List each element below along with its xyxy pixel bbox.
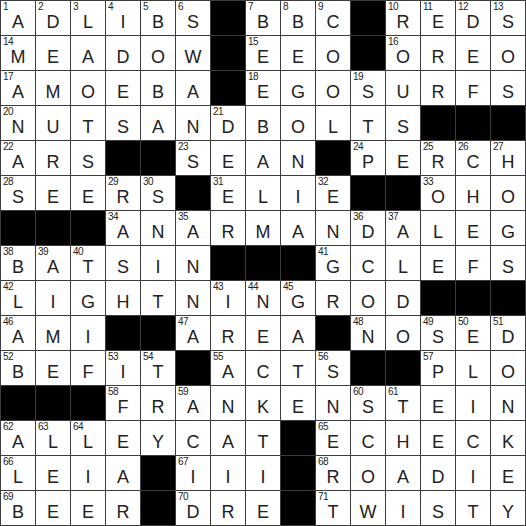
cell-r0c8[interactable]: 8B bbox=[281, 1, 315, 35]
block-cell-r3c12 bbox=[421, 106, 455, 140]
cell-letter: P bbox=[351, 153, 385, 172]
cell-r0c9[interactable]: 9C bbox=[316, 1, 350, 35]
cell-r14c0[interactable]: 69B bbox=[1, 491, 35, 525]
block-cell-r4c9 bbox=[316, 141, 350, 175]
cell-letter: S bbox=[176, 13, 210, 32]
block-cell-r2c6 bbox=[211, 71, 245, 105]
cell-r13c1[interactable]: E bbox=[36, 456, 70, 490]
cell-letter: E bbox=[71, 188, 105, 207]
cell-letter: D bbox=[211, 118, 245, 137]
cell-letter: O bbox=[421, 188, 455, 207]
cell-r6c4[interactable]: N bbox=[141, 211, 175, 245]
cell-letter: U bbox=[36, 118, 70, 137]
clue-number-55: 55 bbox=[213, 352, 223, 362]
cell-letter: A bbox=[176, 223, 210, 242]
cell-r6c8[interactable]: A bbox=[281, 211, 315, 245]
cell-r10c1[interactable]: E bbox=[36, 351, 70, 385]
clue-number-71: 71 bbox=[318, 492, 328, 502]
cell-r14c3[interactable]: R bbox=[106, 491, 140, 525]
cell-letter: C bbox=[176, 433, 210, 452]
cell-r8c8[interactable]: 45G bbox=[281, 281, 315, 315]
cell-r0c7[interactable]: 7B bbox=[246, 1, 280, 35]
cell-letter: E bbox=[246, 328, 280, 347]
cell-r5c8[interactable]: I bbox=[281, 176, 315, 210]
cell-letter: K bbox=[246, 398, 280, 417]
cell-r7c13[interactable]: F bbox=[456, 246, 490, 280]
cell-r4c0[interactable]: 22A bbox=[1, 141, 35, 175]
cell-r11c7[interactable]: K bbox=[246, 386, 280, 420]
cell-r10c7[interactable]: C bbox=[246, 351, 280, 385]
cell-r10c9[interactable]: 56S bbox=[316, 351, 350, 385]
cell-r12c10[interactable]: C bbox=[351, 421, 385, 455]
cell-r8c2[interactable]: G bbox=[71, 281, 105, 315]
cell-r1c1[interactable]: E bbox=[36, 36, 70, 70]
cell-letter: S bbox=[491, 83, 525, 102]
cell-r1c2[interactable]: A bbox=[71, 36, 105, 70]
cell-r4c2[interactable]: S bbox=[71, 141, 105, 175]
cell-r3c7[interactable]: B bbox=[246, 106, 280, 140]
cell-r6c11[interactable]: 37A bbox=[386, 211, 420, 245]
cell-r0c11[interactable]: 10R bbox=[386, 1, 420, 35]
cell-r0c3[interactable]: 4I bbox=[106, 1, 140, 35]
cell-r11c9[interactable]: N bbox=[316, 386, 350, 420]
cell-r0c5[interactable]: 6S bbox=[176, 1, 210, 35]
cell-letter: N bbox=[1, 118, 35, 137]
cell-letter: E bbox=[211, 153, 245, 172]
cell-r9c8[interactable]: A bbox=[281, 316, 315, 350]
block-cell-r7c6 bbox=[211, 246, 245, 280]
cell-r12c5[interactable]: C bbox=[176, 421, 210, 455]
block-cell-r11c1 bbox=[36, 386, 70, 420]
cell-r12c13[interactable]: C bbox=[456, 421, 490, 455]
block-cell-r10c11 bbox=[386, 351, 420, 385]
cell-letter: I bbox=[106, 363, 140, 382]
cell-letter: T bbox=[316, 503, 350, 522]
cell-letter: E bbox=[456, 48, 490, 67]
cell-r14c9[interactable]: 71T bbox=[316, 491, 350, 525]
cell-r3c10[interactable]: T bbox=[351, 106, 385, 140]
cell-letter: D bbox=[351, 223, 385, 242]
cell-letter: H bbox=[106, 293, 140, 312]
cell-letter: S bbox=[421, 328, 455, 347]
cell-letter: F bbox=[106, 398, 140, 417]
cell-letter: B bbox=[141, 83, 175, 102]
cell-r5c2[interactable]: E bbox=[71, 176, 105, 210]
cell-letter: O bbox=[491, 188, 525, 207]
cell-letter: D bbox=[176, 503, 210, 522]
cell-r6c5[interactable]: 35A bbox=[176, 211, 210, 245]
cell-r11c10[interactable]: 60S bbox=[351, 386, 385, 420]
cell-r11c12[interactable]: E bbox=[421, 386, 455, 420]
cell-letter: L bbox=[316, 118, 350, 137]
cell-r11c8[interactable]: E bbox=[281, 386, 315, 420]
block-cell-r13c8 bbox=[281, 456, 315, 490]
cell-letter: T bbox=[141, 363, 175, 382]
cell-r14c14[interactable]: Y bbox=[491, 491, 525, 525]
cell-r10c0[interactable]: 52B bbox=[1, 351, 35, 385]
cell-r11c5[interactable]: 59A bbox=[176, 386, 210, 420]
cell-letter: E bbox=[421, 258, 455, 277]
clue-number-20: 20 bbox=[3, 107, 13, 117]
cell-r0c4[interactable]: 5B bbox=[141, 1, 175, 35]
cell-r12c11[interactable]: H bbox=[386, 421, 420, 455]
cell-letter: O bbox=[141, 48, 175, 67]
cell-letter: B bbox=[246, 118, 280, 137]
cell-r5c1[interactable]: E bbox=[36, 176, 70, 210]
cell-r14c10[interactable]: W bbox=[351, 491, 385, 525]
cell-r12c9[interactable]: 65E bbox=[316, 421, 350, 455]
cell-r5c0[interactable]: 28S bbox=[1, 176, 35, 210]
cell-letter: A bbox=[176, 398, 210, 417]
cell-r3c0[interactable]: 20N bbox=[1, 106, 35, 140]
cell-r5c9[interactable]: 32E bbox=[316, 176, 350, 210]
cell-r1c13[interactable]: E bbox=[456, 36, 490, 70]
clue-number-68: 68 bbox=[318, 457, 328, 467]
cell-r2c13[interactable]: F bbox=[456, 71, 490, 105]
cell-r11c3[interactable]: 58F bbox=[106, 386, 140, 420]
clue-number-40: 40 bbox=[73, 247, 83, 257]
cell-letter: E bbox=[421, 13, 455, 32]
cell-r6c13[interactable]: E bbox=[456, 211, 490, 245]
cell-r12c14[interactable]: K bbox=[491, 421, 525, 455]
cell-r9c11[interactable]: O bbox=[386, 316, 420, 350]
clue-number-61: 61 bbox=[388, 387, 398, 397]
cell-r11c4[interactable]: R bbox=[141, 386, 175, 420]
cell-r4c6[interactable]: E bbox=[211, 141, 245, 175]
cell-r13c10[interactable]: O bbox=[351, 456, 385, 490]
cell-r4c14[interactable]: 27H bbox=[491, 141, 525, 175]
cell-letter: D bbox=[106, 48, 140, 67]
cell-r12c2[interactable]: 64L bbox=[71, 421, 105, 455]
cell-r8c10[interactable]: O bbox=[351, 281, 385, 315]
cell-r1c12[interactable]: R bbox=[421, 36, 455, 70]
cell-r14c6[interactable]: R bbox=[211, 491, 245, 525]
cell-letter: L bbox=[71, 13, 105, 32]
cell-r9c5[interactable]: 47A bbox=[176, 316, 210, 350]
cell-letter: F bbox=[71, 363, 105, 382]
cell-r10c12[interactable]: 57P bbox=[421, 351, 455, 385]
cell-r13c5[interactable]: 67I bbox=[176, 456, 210, 490]
cell-letter: Y bbox=[491, 503, 525, 522]
cell-r14c5[interactable]: 70D bbox=[176, 491, 210, 525]
cell-r13c12[interactable]: D bbox=[421, 456, 455, 490]
clue-number-50: 50 bbox=[458, 317, 468, 327]
cell-r9c0[interactable]: 46A bbox=[1, 316, 35, 350]
cell-letter: O bbox=[71, 83, 105, 102]
cell-r4c5[interactable]: 23S bbox=[176, 141, 210, 175]
cell-r2c4[interactable]: B bbox=[141, 71, 175, 105]
cell-r14c1[interactable]: E bbox=[36, 491, 70, 525]
cell-letter: O bbox=[386, 328, 420, 347]
cell-r5c7[interactable]: L bbox=[246, 176, 280, 210]
cell-r5c6[interactable]: 31E bbox=[211, 176, 245, 210]
cell-r13c9[interactable]: 68R bbox=[316, 456, 350, 490]
cell-r0c14[interactable]: 13S bbox=[491, 1, 525, 35]
cell-r3c8[interactable]: O bbox=[281, 106, 315, 140]
cell-r8c0[interactable]: 42L bbox=[1, 281, 35, 315]
cell-r2c10[interactable]: 19S bbox=[351, 71, 385, 105]
clue-number-4: 4 bbox=[108, 2, 113, 12]
cell-letter: A bbox=[211, 363, 245, 382]
cell-letter: M bbox=[36, 328, 70, 347]
cell-r8c6[interactable]: 43I bbox=[211, 281, 245, 315]
cell-r10c4[interactable]: 54T bbox=[141, 351, 175, 385]
cell-r7c9[interactable]: 41G bbox=[316, 246, 350, 280]
cell-r1c0[interactable]: 14M bbox=[1, 36, 35, 70]
cell-r12c0[interactable]: 62A bbox=[1, 421, 35, 455]
cell-r13c7[interactable]: I bbox=[246, 456, 280, 490]
cell-r10c8[interactable]: T bbox=[281, 351, 315, 385]
cell-r6c10[interactable]: 36D bbox=[351, 211, 385, 245]
cell-r12c4[interactable]: Y bbox=[141, 421, 175, 455]
cell-r3c11[interactable]: S bbox=[386, 106, 420, 140]
cell-r14c12[interactable]: S bbox=[421, 491, 455, 525]
cell-r1c9[interactable]: O bbox=[316, 36, 350, 70]
cell-r2c12[interactable]: R bbox=[421, 71, 455, 105]
cell-r0c2[interactable]: 3L bbox=[71, 1, 105, 35]
cell-r7c3[interactable]: S bbox=[106, 246, 140, 280]
cell-r13c2[interactable]: I bbox=[71, 456, 105, 490]
cell-r6c6[interactable]: R bbox=[211, 211, 245, 245]
cell-r10c3[interactable]: 53I bbox=[106, 351, 140, 385]
block-cell-r12c8 bbox=[281, 421, 315, 455]
cell-r13c6[interactable]: I bbox=[211, 456, 245, 490]
cell-r13c11[interactable]: A bbox=[386, 456, 420, 490]
cell-letter: R bbox=[141, 398, 175, 417]
block-cell-r0c10 bbox=[351, 1, 385, 35]
cell-r2c7[interactable]: 18E bbox=[246, 71, 280, 105]
clue-number-64: 64 bbox=[73, 422, 83, 432]
cell-r6c12[interactable]: L bbox=[421, 211, 455, 245]
cell-r5c3[interactable]: 29R bbox=[106, 176, 140, 210]
cell-r1c4[interactable]: O bbox=[141, 36, 175, 70]
cell-r1c8[interactable]: E bbox=[281, 36, 315, 70]
cell-r7c11[interactable]: L bbox=[386, 246, 420, 280]
cell-r7c1[interactable]: 39A bbox=[36, 246, 70, 280]
block-cell-r6c1 bbox=[36, 211, 70, 245]
cell-r12c1[interactable]: 63L bbox=[36, 421, 70, 455]
clue-number-36: 36 bbox=[353, 212, 363, 222]
cell-letter: S bbox=[421, 503, 455, 522]
cell-letter: I bbox=[386, 503, 420, 522]
cell-r1c5[interactable]: W bbox=[176, 36, 210, 70]
cell-r4c7[interactable]: A bbox=[246, 141, 280, 175]
cell-letter: N bbox=[281, 153, 315, 172]
cell-r8c4[interactable]: T bbox=[141, 281, 175, 315]
cell-r9c2[interactable]: I bbox=[71, 316, 105, 350]
cell-r8c5[interactable]: N bbox=[176, 281, 210, 315]
cell-r7c14[interactable]: S bbox=[491, 246, 525, 280]
cell-r4c8[interactable]: N bbox=[281, 141, 315, 175]
cell-r10c6[interactable]: 55A bbox=[211, 351, 245, 385]
cell-r13c3[interactable]: A bbox=[106, 456, 140, 490]
cell-letter: N bbox=[176, 293, 210, 312]
clue-number-43: 43 bbox=[213, 282, 223, 292]
cell-r13c13[interactable]: I bbox=[456, 456, 490, 490]
clue-number-41: 41 bbox=[318, 247, 328, 257]
cell-r2c5[interactable]: A bbox=[176, 71, 210, 105]
cell-r4c12[interactable]: 25R bbox=[421, 141, 455, 175]
cell-letter: E bbox=[246, 48, 280, 67]
cell-r5c4[interactable]: 30S bbox=[141, 176, 175, 210]
cell-r3c5[interactable]: N bbox=[176, 106, 210, 140]
cell-r4c1[interactable]: R bbox=[36, 141, 70, 175]
cell-r5c14[interactable]: O bbox=[491, 176, 525, 210]
cell-letter: T bbox=[71, 118, 105, 137]
cell-r2c14[interactable]: S bbox=[491, 71, 525, 105]
cell-r6c3[interactable]: 34A bbox=[106, 211, 140, 245]
cell-r12c7[interactable]: T bbox=[246, 421, 280, 455]
cell-r2c0[interactable]: 17A bbox=[1, 71, 35, 105]
cell-letter: S bbox=[176, 153, 210, 172]
cell-r5c12[interactable]: 33O bbox=[421, 176, 455, 210]
cell-letter: T bbox=[281, 363, 315, 382]
cell-letter: C bbox=[246, 363, 280, 382]
cell-letter: I bbox=[36, 293, 70, 312]
cell-r2c9[interactable]: O bbox=[316, 71, 350, 105]
cell-r1c3[interactable]: D bbox=[106, 36, 140, 70]
cell-letter: N bbox=[176, 258, 210, 277]
cell-r5c13[interactable]: H bbox=[456, 176, 490, 210]
cell-letter: E bbox=[421, 398, 455, 417]
cell-r7c0[interactable]: 38B bbox=[1, 246, 35, 280]
cell-r8c11[interactable]: D bbox=[386, 281, 420, 315]
cell-r9c12[interactable]: 49S bbox=[421, 316, 455, 350]
cell-r3c1[interactable]: U bbox=[36, 106, 70, 140]
clue-number-44: 44 bbox=[248, 282, 258, 292]
cell-r3c2[interactable]: T bbox=[71, 106, 105, 140]
clue-number-34: 34 bbox=[108, 212, 118, 222]
cell-r11c13[interactable]: I bbox=[456, 386, 490, 420]
cell-r7c4[interactable]: I bbox=[141, 246, 175, 280]
cell-r14c11[interactable]: I bbox=[386, 491, 420, 525]
cell-r6c7[interactable]: M bbox=[246, 211, 280, 245]
cell-letter: A bbox=[106, 468, 140, 487]
cell-letter: N bbox=[141, 223, 175, 242]
cell-r14c2[interactable]: E bbox=[71, 491, 105, 525]
cell-letter: A bbox=[281, 223, 315, 242]
clue-number-2: 2 bbox=[38, 2, 43, 12]
cell-letter: A bbox=[1, 433, 35, 452]
cell-r2c1[interactable]: M bbox=[36, 71, 70, 105]
cell-r2c3[interactable]: E bbox=[106, 71, 140, 105]
cell-r11c6[interactable]: N bbox=[211, 386, 245, 420]
cell-letter: A bbox=[281, 328, 315, 347]
cell-r3c6[interactable]: 21D bbox=[211, 106, 245, 140]
cell-letter: S bbox=[491, 258, 525, 277]
cell-letter: E bbox=[71, 503, 105, 522]
cell-letter: S bbox=[491, 13, 525, 32]
cell-r4c10[interactable]: 24P bbox=[351, 141, 385, 175]
cell-r0c0[interactable]: 1A bbox=[1, 1, 35, 35]
cell-r10c14[interactable]: O bbox=[491, 351, 525, 385]
cell-r7c12[interactable]: E bbox=[421, 246, 455, 280]
cell-r2c2[interactable]: O bbox=[71, 71, 105, 105]
cell-r0c12[interactable]: 11E bbox=[421, 1, 455, 35]
cell-letter: A bbox=[141, 118, 175, 137]
clue-number-26: 26 bbox=[458, 142, 468, 152]
cell-r1c11[interactable]: 16O bbox=[386, 36, 420, 70]
cell-letter: E bbox=[316, 188, 350, 207]
clue-number-49: 49 bbox=[423, 317, 433, 327]
cell-r8c9[interactable]: R bbox=[316, 281, 350, 315]
cell-letter: E bbox=[246, 83, 280, 102]
cell-r4c11[interactable]: E bbox=[386, 141, 420, 175]
cell-letter: I bbox=[281, 188, 315, 207]
cell-r8c1[interactable]: I bbox=[36, 281, 70, 315]
cell-r3c9[interactable]: L bbox=[316, 106, 350, 140]
clue-number-33: 33 bbox=[423, 177, 433, 187]
clue-number-13: 13 bbox=[493, 2, 503, 12]
clue-number-67: 67 bbox=[178, 457, 188, 467]
cell-r7c2[interactable]: 40T bbox=[71, 246, 105, 280]
cell-r10c2[interactable]: F bbox=[71, 351, 105, 385]
cell-r7c5[interactable]: N bbox=[176, 246, 210, 280]
cell-letter: B bbox=[1, 363, 35, 382]
cell-r3c3[interactable]: S bbox=[106, 106, 140, 140]
clue-number-24: 24 bbox=[353, 142, 363, 152]
cell-r9c14[interactable]: 51D bbox=[491, 316, 525, 350]
clue-number-28: 28 bbox=[3, 177, 13, 187]
cell-r8c7[interactable]: 44N bbox=[246, 281, 280, 315]
cell-r2c8[interactable]: G bbox=[281, 71, 315, 105]
block-cell-r11c2 bbox=[71, 386, 105, 420]
cell-r9c13[interactable]: 50E bbox=[456, 316, 490, 350]
cell-r6c9[interactable]: N bbox=[316, 211, 350, 245]
cell-letter: S bbox=[386, 118, 420, 137]
cell-r9c6[interactable]: R bbox=[211, 316, 245, 350]
cell-r8c3[interactable]: H bbox=[106, 281, 140, 315]
cell-r14c13[interactable]: T bbox=[456, 491, 490, 525]
cell-r12c12[interactable]: E bbox=[421, 421, 455, 455]
cell-letter: M bbox=[1, 48, 35, 67]
cell-r14c7[interactable]: E bbox=[246, 491, 280, 525]
cell-r0c13[interactable]: 12D bbox=[456, 1, 490, 35]
cell-r2c11[interactable]: U bbox=[386, 71, 420, 105]
cell-r12c6[interactable]: A bbox=[211, 421, 245, 455]
cell-r13c14[interactable]: E bbox=[491, 456, 525, 490]
cell-r9c7[interactable]: E bbox=[246, 316, 280, 350]
cell-letter: D bbox=[36, 13, 70, 32]
cell-letter: C bbox=[456, 433, 490, 452]
cell-letter: W bbox=[351, 503, 385, 522]
cell-letter: S bbox=[1, 188, 35, 207]
cell-r13c0[interactable]: 66L bbox=[1, 456, 35, 490]
clue-number-6: 6 bbox=[178, 2, 183, 12]
cell-r11c11[interactable]: 61T bbox=[386, 386, 420, 420]
cell-r6c14[interactable]: G bbox=[491, 211, 525, 245]
cell-letter: E bbox=[386, 153, 420, 172]
cell-r7c10[interactable]: C bbox=[351, 246, 385, 280]
cell-r3c4[interactable]: A bbox=[141, 106, 175, 140]
cell-r9c10[interactable]: 48N bbox=[351, 316, 385, 350]
cell-letter: E bbox=[106, 433, 140, 452]
cell-r12c3[interactable]: E bbox=[106, 421, 140, 455]
clue-number-42: 42 bbox=[3, 282, 13, 292]
cell-letter: G bbox=[491, 223, 525, 242]
clue-number-5: 5 bbox=[143, 2, 148, 12]
cell-r4c13[interactable]: 26C bbox=[456, 141, 490, 175]
cell-r0c1[interactable]: 2D bbox=[36, 1, 70, 35]
cell-r11c14[interactable]: N bbox=[491, 386, 525, 420]
cell-r1c7[interactable]: 15E bbox=[246, 36, 280, 70]
cell-letter: E bbox=[281, 398, 315, 417]
cell-r9c1[interactable]: M bbox=[36, 316, 70, 350]
cell-r1c14[interactable]: O bbox=[491, 36, 525, 70]
cell-r10c13[interactable]: L bbox=[456, 351, 490, 385]
block-cell-r11c0 bbox=[1, 386, 35, 420]
cell-letter: N bbox=[246, 293, 280, 312]
